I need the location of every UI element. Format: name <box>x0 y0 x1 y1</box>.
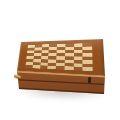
square <box>56 66 65 70</box>
square <box>73 67 82 71</box>
brass-clasp-pin <box>14 74 21 79</box>
square <box>83 67 93 71</box>
square <box>64 66 73 70</box>
chessboard-grid <box>25 43 92 71</box>
square <box>48 66 56 70</box>
latch-notch <box>87 77 91 83</box>
folded-chess-box-top <box>17 39 105 76</box>
photo-canvas <box>0 0 120 120</box>
